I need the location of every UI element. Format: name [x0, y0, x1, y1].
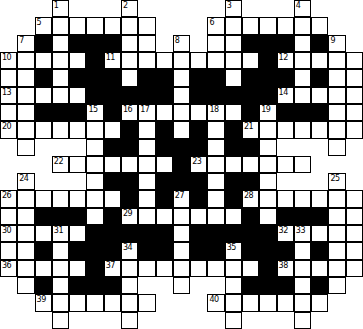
clue-number-39: 39 — [37, 295, 46, 304]
cell-r14-c0[interactable] — [0, 242, 17, 259]
clue-number-19: 19 — [261, 105, 270, 114]
cell-r15-c18[interactable] — [311, 260, 328, 277]
cell-r15-c10[interactable] — [173, 260, 190, 277]
cell-r1-c13[interactable] — [225, 17, 242, 34]
block-r4-c18 — [311, 69, 328, 86]
cell-r3-c12[interactable] — [207, 52, 224, 69]
cell-r12-c19[interactable] — [328, 208, 345, 225]
cell-r10-c19[interactable]: 25 — [328, 173, 345, 190]
cell-r3-c17[interactable] — [294, 52, 311, 69]
cell-r1-c6[interactable] — [104, 17, 121, 34]
cell-r12-c10[interactable] — [173, 208, 190, 225]
block-r13-c6 — [104, 225, 121, 242]
cell-r5-c3[interactable] — [52, 87, 69, 104]
cell-r10-c5[interactable] — [86, 173, 103, 190]
cell-r2-c19[interactable]: 9 — [328, 35, 345, 52]
cell-r15-c11[interactable] — [190, 260, 207, 277]
block-r13-c7 — [121, 225, 138, 242]
cell-r13-c1[interactable] — [17, 225, 34, 242]
cell-r5-c2[interactable] — [35, 87, 52, 104]
block-r4-c12 — [207, 69, 224, 86]
cell-r15-c4[interactable] — [69, 260, 86, 277]
cell-r11-c5[interactable] — [86, 190, 103, 207]
cell-r7-c2[interactable] — [35, 121, 52, 138]
cell-r5-c18[interactable] — [311, 87, 328, 104]
clue-number-35: 35 — [227, 243, 236, 252]
cell-r14-c3[interactable] — [52, 242, 69, 259]
cell-r12-c12[interactable] — [207, 208, 224, 225]
cell-r7-c18[interactable] — [311, 121, 328, 138]
clue-number-7: 7 — [19, 36, 24, 45]
cell-r1-c2[interactable]: 5 — [35, 17, 52, 34]
cell-r4-c10[interactable] — [173, 69, 190, 86]
block-r13-c8 — [138, 225, 155, 242]
cell-r2-c17[interactable] — [294, 35, 311, 52]
cell-r3-c3[interactable] — [52, 52, 69, 69]
cell-r14-c17[interactable] — [294, 242, 311, 259]
cell-r7-c0[interactable]: 20 — [0, 121, 17, 138]
cell-r7-c3[interactable] — [52, 121, 69, 138]
cell-r9-c4[interactable] — [69, 156, 86, 173]
cell-r17-c2[interactable]: 39 — [35, 294, 52, 311]
cell-r3-c10[interactable] — [173, 52, 190, 69]
cell-r14-c19[interactable] — [328, 242, 345, 259]
block-r11-c11 — [190, 190, 207, 207]
cell-r6-c5[interactable]: 15 — [86, 104, 103, 121]
cell-r7-c20[interactable] — [346, 121, 363, 138]
cell-r7-c8[interactable] — [138, 121, 155, 138]
clue-number-31: 31 — [54, 226, 63, 235]
cell-r13-c20[interactable] — [346, 225, 363, 242]
cell-r4-c20[interactable] — [346, 69, 363, 86]
cell-r6-c7[interactable]: 16 — [121, 104, 138, 121]
block-r5-c9 — [156, 87, 173, 104]
cell-r17-c8[interactable] — [138, 294, 155, 311]
cell-r13-c18[interactable] — [311, 225, 328, 242]
cell-r12-c11[interactable] — [190, 208, 207, 225]
cell-r14-c7[interactable]: 34 — [121, 242, 138, 259]
cell-r12-c13[interactable] — [225, 208, 242, 225]
cell-r7-c14[interactable]: 21 — [242, 121, 259, 138]
cell-r11-c15[interactable] — [259, 190, 276, 207]
background-space — [328, 17, 345, 34]
cell-r15-c17[interactable] — [294, 260, 311, 277]
cell-r3-c7[interactable] — [121, 52, 138, 69]
block-r12-c16 — [277, 208, 294, 225]
block-r16-c5 — [86, 277, 103, 294]
background-space — [35, 312, 52, 329]
cell-r3-c14[interactable] — [242, 52, 259, 69]
cell-r15-c12[interactable] — [207, 260, 224, 277]
cell-r9-c13[interactable] — [225, 156, 242, 173]
cell-r5-c16[interactable]: 14 — [277, 87, 294, 104]
block-r13-c9 — [156, 225, 173, 242]
cell-r4-c0[interactable] — [0, 69, 17, 86]
cell-r2-c7[interactable] — [121, 35, 138, 52]
cell-r16-c19[interactable] — [328, 277, 345, 294]
cell-r9-c3[interactable]: 22 — [52, 156, 69, 173]
cell-r17-c16[interactable] — [277, 294, 294, 311]
cell-r17-c15[interactable] — [259, 294, 276, 311]
cell-r15-c13[interactable] — [225, 260, 242, 277]
cell-r9-c8[interactable] — [138, 156, 155, 173]
cell-r13-c4[interactable] — [69, 225, 86, 242]
cell-r13-c3[interactable]: 31 — [52, 225, 69, 242]
cell-r5-c10[interactable] — [173, 87, 190, 104]
clue-number-18: 18 — [209, 105, 218, 114]
background-space — [35, 139, 52, 156]
cell-r3-c4[interactable] — [69, 52, 86, 69]
clue-number-27: 27 — [175, 191, 184, 200]
cell-r13-c17[interactable]: 33 — [294, 225, 311, 242]
cell-r3-c19[interactable] — [328, 52, 345, 69]
cell-r12-c8[interactable] — [138, 208, 155, 225]
clue-number-28: 28 — [244, 191, 253, 200]
block-r16-c6 — [104, 277, 121, 294]
block-r8-c9 — [156, 139, 173, 156]
cell-r9-c16[interactable] — [277, 156, 294, 173]
background-space — [346, 156, 363, 173]
cell-r12-c5[interactable] — [86, 208, 103, 225]
cell-r5-c4[interactable] — [69, 87, 86, 104]
cell-r14-c10[interactable] — [173, 242, 190, 259]
cell-r17-c6[interactable] — [104, 294, 121, 311]
cell-r6-c10[interactable] — [173, 104, 190, 121]
cell-r6-c9[interactable] — [156, 104, 173, 121]
block-r8-c6 — [104, 139, 121, 156]
block-r16-c18 — [311, 277, 328, 294]
cell-r1-c7[interactable] — [121, 17, 138, 34]
block-r13-c14 — [242, 225, 259, 242]
cell-r6-c8[interactable]: 17 — [138, 104, 155, 121]
cell-r7-c10[interactable] — [173, 121, 190, 138]
cell-r17-c18[interactable] — [311, 294, 328, 311]
cell-r7-c4[interactable] — [69, 121, 86, 138]
cell-r12-c15[interactable] — [259, 208, 276, 225]
cell-r3-c2[interactable] — [35, 52, 52, 69]
cell-r10-c8[interactable] — [138, 173, 155, 190]
cell-r7-c12[interactable] — [207, 121, 224, 138]
cell-r0-c17[interactable]: 4 — [294, 0, 311, 17]
background-space — [173, 294, 190, 311]
cell-r11-c4[interactable] — [69, 190, 86, 207]
cell-r3-c11[interactable] — [190, 52, 207, 69]
block-r14-c18 — [311, 242, 328, 259]
cell-r6-c15[interactable]: 19 — [259, 104, 276, 121]
cell-r12-c7[interactable]: 29 — [121, 208, 138, 225]
cell-r3-c8[interactable] — [138, 52, 155, 69]
cell-r7-c15[interactable] — [259, 121, 276, 138]
block-r2-c15 — [259, 35, 276, 52]
block-r8-c13 — [225, 139, 242, 156]
block-r16-c14 — [242, 277, 259, 294]
background-space — [17, 294, 34, 311]
cell-r11-c18[interactable] — [311, 190, 328, 207]
cell-r18-c3[interactable] — [52, 312, 69, 329]
cell-r7-c17[interactable] — [294, 121, 311, 138]
cell-r9-c11[interactable]: 23 — [190, 156, 207, 173]
cell-r1-c16[interactable] — [277, 17, 294, 34]
cell-r11-c19[interactable] — [328, 190, 345, 207]
cell-r12-c1[interactable] — [17, 208, 34, 225]
cell-r1-c5[interactable] — [86, 17, 103, 34]
cell-r9-c14[interactable] — [242, 156, 259, 173]
block-r12-c14 — [242, 208, 259, 225]
cell-r10-c15[interactable] — [259, 173, 276, 190]
cell-r7-c19[interactable] — [328, 121, 345, 138]
cell-r8-c12[interactable] — [207, 139, 224, 156]
background-space — [207, 277, 224, 294]
cell-r3-c0[interactable]: 10 — [0, 52, 17, 69]
block-r10-c14 — [242, 173, 259, 190]
crossword-grid: 1234567891011121314151617181920212223242… — [0, 0, 363, 329]
cell-r9-c5[interactable] — [86, 156, 103, 173]
cell-r1-c12[interactable]: 6 — [207, 17, 224, 34]
cell-r9-c7[interactable] — [121, 156, 138, 173]
cell-r6-c11[interactable] — [190, 104, 207, 121]
cell-r15-c8[interactable] — [138, 260, 155, 277]
cell-r16-c13[interactable] — [225, 277, 242, 294]
cell-r4-c3[interactable] — [52, 69, 69, 86]
cell-r15-c9[interactable] — [156, 260, 173, 277]
cell-r2-c13[interactable] — [225, 35, 242, 52]
cell-r16-c3[interactable] — [52, 277, 69, 294]
cell-r17-c5[interactable] — [86, 294, 103, 311]
cell-r6-c12[interactable]: 18 — [207, 104, 224, 121]
cell-r4-c7[interactable] — [121, 69, 138, 86]
block-r2-c18 — [311, 35, 328, 52]
cell-r8-c8[interactable] — [138, 139, 155, 156]
background-space — [69, 312, 86, 329]
cell-r4-c17[interactable] — [294, 69, 311, 86]
cell-r13-c16[interactable]: 32 — [277, 225, 294, 242]
cell-r7-c16[interactable] — [277, 121, 294, 138]
cell-r12-c20[interactable] — [346, 208, 363, 225]
cell-r9-c17[interactable] — [294, 156, 311, 173]
cell-r5-c1[interactable] — [17, 87, 34, 104]
clue-number-16: 16 — [123, 105, 132, 114]
cell-r8-c5[interactable] — [86, 139, 103, 156]
block-r4-c11 — [190, 69, 207, 86]
cell-r12-c0[interactable] — [0, 208, 17, 225]
clue-number-34: 34 — [123, 243, 132, 252]
block-r7-c13 — [225, 121, 242, 138]
cell-r13-c0[interactable]: 30 — [0, 225, 17, 242]
block-r16-c4 — [69, 277, 86, 294]
cell-r1-c4[interactable] — [69, 17, 86, 34]
cell-r13-c19[interactable] — [328, 225, 345, 242]
cell-r6-c0[interactable] — [0, 104, 17, 121]
cell-r2-c12[interactable] — [207, 35, 224, 52]
cell-r16-c1[interactable] — [17, 277, 34, 294]
cell-r15-c2[interactable] — [35, 260, 52, 277]
cell-r5-c17[interactable] — [294, 87, 311, 104]
block-r12-c4 — [69, 208, 86, 225]
cell-r7-c5[interactable] — [86, 121, 103, 138]
cell-r11-c20[interactable] — [346, 190, 363, 207]
block-r16-c15 — [259, 277, 276, 294]
cell-r14-c1[interactable] — [17, 242, 34, 259]
cell-r15-c20[interactable] — [346, 260, 363, 277]
cell-r9-c6[interactable] — [104, 156, 121, 173]
block-r4-c15 — [259, 69, 276, 86]
cell-r5-c20[interactable] — [346, 87, 363, 104]
cell-r3-c20[interactable] — [346, 52, 363, 69]
cell-r0-c3[interactable]: 1 — [52, 0, 69, 17]
clue-number-5: 5 — [37, 18, 42, 27]
block-r4-c16 — [277, 69, 294, 86]
cell-r11-c0[interactable]: 26 — [0, 190, 17, 207]
background-space — [156, 17, 173, 34]
cell-r16-c10[interactable] — [173, 277, 190, 294]
cell-r11-c17[interactable] — [294, 190, 311, 207]
background-space — [104, 0, 121, 17]
cell-r17-c13[interactable] — [225, 294, 242, 311]
background-space — [69, 139, 86, 156]
background-space — [207, 0, 224, 17]
cell-r6-c1[interactable] — [17, 104, 34, 121]
background-space — [156, 0, 173, 17]
cell-r1-c17[interactable] — [294, 17, 311, 34]
cell-r3-c9[interactable] — [156, 52, 173, 69]
cell-r1-c8[interactable] — [138, 17, 155, 34]
block-r11-c9 — [156, 190, 173, 207]
cell-r13-c10[interactable] — [173, 225, 190, 242]
clue-number-17: 17 — [140, 105, 149, 114]
cell-r2-c3[interactable] — [52, 35, 69, 52]
cell-r14-c13[interactable]: 35 — [225, 242, 242, 259]
cell-r15-c3[interactable] — [52, 260, 69, 277]
cell-r6-c20[interactable] — [346, 104, 363, 121]
background-space — [17, 156, 34, 173]
cell-r11-c6[interactable] — [104, 190, 121, 207]
cell-r4-c19[interactable] — [328, 69, 345, 86]
block-r7-c9 — [156, 121, 173, 138]
cell-r11-c12[interactable] — [207, 190, 224, 207]
block-r14-c6 — [104, 242, 121, 259]
cell-r18-c17[interactable] — [294, 312, 311, 329]
cell-r18-c13[interactable] — [225, 312, 242, 329]
cell-r11-c2[interactable] — [35, 190, 52, 207]
cell-r9-c12[interactable] — [207, 156, 224, 173]
background-space — [0, 35, 17, 52]
block-r8-c14 — [242, 139, 259, 156]
clue-number-32: 32 — [279, 226, 288, 235]
cell-r15-c1[interactable] — [17, 260, 34, 277]
block-r6-c4 — [69, 104, 86, 121]
block-r9-c10 — [173, 156, 190, 173]
cell-r6-c13[interactable] — [225, 104, 242, 121]
cell-r10-c1[interactable]: 24 — [17, 173, 34, 190]
cell-r2-c8[interactable] — [138, 35, 155, 52]
block-r4-c8 — [138, 69, 155, 86]
cell-r8-c15[interactable] — [259, 139, 276, 156]
cell-r15-c6[interactable]: 37 — [104, 260, 121, 277]
cell-r3-c13[interactable] — [225, 52, 242, 69]
block-r2-c6 — [104, 35, 121, 52]
background-space — [346, 35, 363, 52]
cell-r1-c15[interactable] — [259, 17, 276, 34]
cell-r17-c7[interactable] — [121, 294, 138, 311]
block-r15-c15 — [259, 260, 276, 277]
cell-r11-c3[interactable] — [52, 190, 69, 207]
background-space — [259, 312, 276, 329]
cell-r6-c19[interactable] — [328, 104, 345, 121]
cell-r1-c18[interactable] — [311, 17, 328, 34]
cell-r3-c18[interactable] — [311, 52, 328, 69]
clue-number-14: 14 — [279, 88, 288, 97]
cell-r15-c14[interactable] — [242, 260, 259, 277]
cell-r0-c13[interactable]: 3 — [225, 0, 242, 17]
cell-r2-c1[interactable]: 7 — [17, 35, 34, 52]
cell-r15-c16[interactable]: 38 — [277, 260, 294, 277]
cell-r16-c7[interactable] — [121, 277, 138, 294]
cell-r15-c19[interactable] — [328, 260, 345, 277]
cell-r3-c6[interactable]: 11 — [104, 52, 121, 69]
block-r5-c6 — [104, 87, 121, 104]
cell-r2-c10[interactable]: 8 — [173, 35, 190, 52]
cell-r4-c1[interactable] — [17, 69, 34, 86]
cell-r11-c14[interactable]: 28 — [242, 190, 259, 207]
block-r14-c8 — [138, 242, 155, 259]
cell-r15-c7[interactable] — [121, 260, 138, 277]
cell-r12-c9[interactable] — [156, 208, 173, 225]
cell-r17-c17[interactable] — [294, 294, 311, 311]
cell-r1-c3[interactable] — [52, 17, 69, 34]
cell-r17-c14[interactable] — [242, 294, 259, 311]
block-r3-c5 — [86, 52, 103, 69]
clue-number-20: 20 — [2, 122, 11, 131]
block-r7-c11 — [190, 121, 207, 138]
cell-r1-c14[interactable] — [242, 17, 259, 34]
cell-r15-c0[interactable]: 36 — [0, 260, 17, 277]
cell-r16-c17[interactable] — [294, 277, 311, 294]
clue-number-6: 6 — [209, 18, 214, 27]
cell-r11-c1[interactable] — [17, 190, 34, 207]
block-r10-c10 — [173, 173, 190, 190]
clue-number-1: 1 — [54, 1, 59, 10]
cell-r7-c6[interactable] — [104, 121, 121, 138]
clue-number-37: 37 — [106, 261, 115, 270]
cell-r14-c20[interactable] — [346, 242, 363, 259]
cell-r3-c1[interactable] — [17, 52, 34, 69]
cell-r0-c7[interactable]: 2 — [121, 0, 138, 17]
cell-r17-c12[interactable]: 40 — [207, 294, 224, 311]
cell-r17-c4[interactable] — [69, 294, 86, 311]
cell-r7-c1[interactable] — [17, 121, 34, 138]
background-space — [0, 156, 17, 173]
block-r14-c4 — [69, 242, 86, 259]
cell-r8-c19[interactable] — [328, 139, 345, 156]
cell-r13-c2[interactable] — [35, 225, 52, 242]
cell-r3-c16[interactable]: 12 — [277, 52, 294, 69]
cell-r10-c12[interactable] — [207, 173, 224, 190]
block-r5-c7 — [121, 87, 138, 104]
cell-r11-c8[interactable] — [138, 190, 155, 207]
block-r14-c5 — [86, 242, 103, 259]
cell-r11-c16[interactable] — [277, 190, 294, 207]
block-r10-c7 — [121, 173, 138, 190]
cell-r8-c1[interactable] — [17, 139, 34, 156]
cell-r11-c10[interactable]: 27 — [173, 190, 190, 207]
cell-r18-c7[interactable] — [121, 312, 138, 329]
cell-r5-c0[interactable]: 13 — [0, 87, 17, 104]
cell-r5-c19[interactable] — [328, 87, 345, 104]
cell-r9-c9[interactable] — [156, 156, 173, 173]
cell-r9-c15[interactable] — [259, 156, 276, 173]
cell-r4-c13[interactable] — [225, 69, 242, 86]
cell-r17-c3[interactable] — [52, 294, 69, 311]
